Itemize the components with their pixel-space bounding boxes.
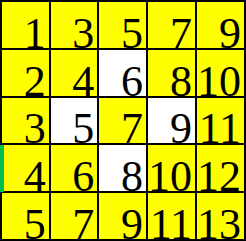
grid-cell-r3c3[interactable]: 7 <box>99 98 146 144</box>
grid-cell-r5c2[interactable]: 7 <box>51 193 98 239</box>
grid-cell-r1c5[interactable]: 9 <box>197 2 244 48</box>
grid-cell-r4c4[interactable]: 10 <box>148 145 195 191</box>
grid-cell-r2c2[interactable]: 4 <box>51 50 98 96</box>
grid-cell-r3c2[interactable]: 5 <box>51 98 98 144</box>
grid-cell-r3c1[interactable]: 3 <box>2 98 49 144</box>
grid-cell-r1c1[interactable]: 1 <box>2 2 49 48</box>
grid-cell-r1c3[interactable]: 5 <box>99 2 146 48</box>
grid-cell-r4c2[interactable]: 6 <box>51 145 98 191</box>
grid-cell-r5c4[interactable]: 11 <box>148 193 195 239</box>
row-selection-marker <box>0 145 4 192</box>
grid-cell-r4c3[interactable]: 8 <box>99 145 146 191</box>
grid-cell-r5c1[interactable]: 5 <box>2 193 49 239</box>
grid-cell-r2c1[interactable]: 2 <box>2 50 49 96</box>
cell-value: 7 <box>72 203 94 241</box>
grid-cell-r2c3[interactable]: 6 <box>99 50 146 96</box>
number-grid-board: 1357924681035791146810125791113 <box>0 0 246 241</box>
grid-cell-r4c5[interactable]: 12 <box>197 145 244 191</box>
cell-value: 9 <box>121 203 143 241</box>
grid-cell-r4c1[interactable]: 4 <box>2 145 49 191</box>
grid-cell-r3c4[interactable]: 9 <box>148 98 195 144</box>
grid-cell-r2c5[interactable]: 10 <box>197 50 244 96</box>
grid-cell-r5c5[interactable]: 13 <box>197 193 244 239</box>
grid-cell-r2c4[interactable]: 8 <box>148 50 195 96</box>
cell-value: 13 <box>197 203 241 241</box>
cell-value: 5 <box>24 203 46 241</box>
cell-value: 11 <box>150 203 192 241</box>
grid-cell-r1c2[interactable]: 3 <box>51 2 98 48</box>
grid-cell-r3c5[interactable]: 11 <box>197 98 244 144</box>
grid-cell-r5c3[interactable]: 9 <box>99 193 146 239</box>
grid-cell-r1c4[interactable]: 7 <box>148 2 195 48</box>
